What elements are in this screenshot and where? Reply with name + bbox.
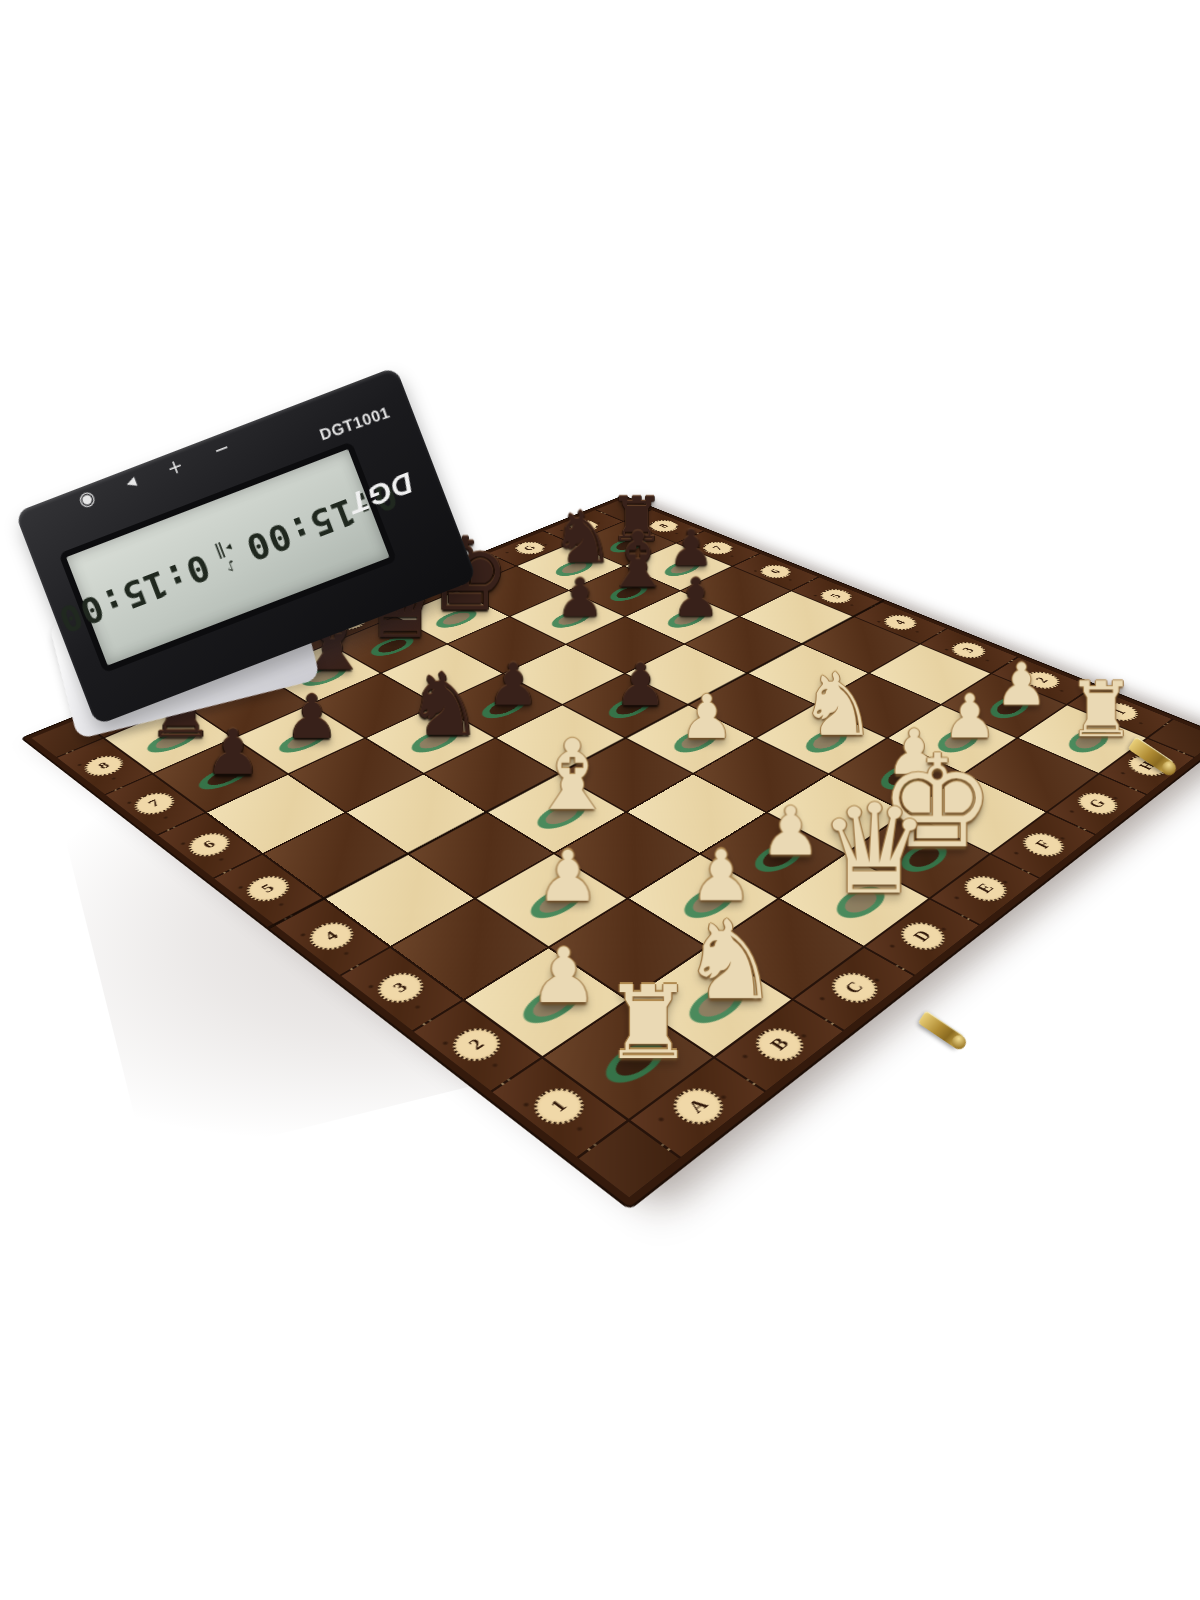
white-knight-f3[interactable]: ♞	[799, 664, 877, 746]
coord-medallion: 4	[301, 917, 362, 956]
coord-medallion: 5	[239, 871, 298, 907]
coord-medallion: 3	[369, 967, 433, 1009]
coord-medallion: 1	[524, 1081, 594, 1132]
clock-turn-indicator: ♪ ▸‖	[214, 539, 242, 575]
coord-medallion: F	[1016, 828, 1072, 861]
white-pawn-a2[interactable]: ♟	[530, 940, 599, 1013]
sound-icon: ♪	[224, 557, 238, 574]
coord-medallion: B	[747, 1022, 814, 1068]
white-pawn-e4[interactable]: ♟	[680, 689, 734, 746]
black-bishop-g7[interactable]: ♝	[603, 523, 672, 596]
clock-play-pause-button[interactable]: ▸	[124, 474, 140, 495]
product-photo-scene: ABCDEFGH8♜♝♛♚♞♜87♟♟♟♝♟76♞♟♟65♟54♝♟43♟♞32…	[0, 0, 1200, 1600]
white-bishop-c4[interactable]: ♝	[528, 729, 615, 822]
coord-medallion: 2	[443, 1022, 510, 1068]
black-pawn-e5[interactable]: ♟	[614, 657, 666, 713]
clock-power-button[interactable]: ◉	[77, 489, 99, 513]
clock-right-time: 0:15:00	[53, 546, 216, 641]
black-knight-c6[interactable]: ♞	[405, 664, 483, 746]
coord-medallion: D	[892, 917, 953, 956]
black-pawn-a7[interactable]: ♟	[205, 723, 261, 783]
clock-minus-button[interactable]: −	[211, 438, 233, 461]
clock-plus-button[interactable]: +	[164, 456, 186, 479]
coord-medallion: G	[1070, 789, 1124, 820]
black-pawn-d6[interactable]: ♟	[487, 657, 539, 713]
brass-clasp-bottom[interactable]	[918, 1010, 965, 1048]
black-pawn-g6[interactable]: ♟	[672, 572, 720, 622]
play-pause-icon: ▸‖	[214, 539, 236, 559]
white-pawn-h2[interactable]: ♟	[995, 657, 1047, 713]
coord-medallion: C	[823, 967, 887, 1009]
clock-model-label: DGT1001	[318, 403, 393, 444]
black-pawn-h7[interactable]: ♟	[669, 524, 714, 572]
white-knight-b1[interactable]: ♞	[681, 909, 779, 1013]
coord-medallion: 3	[946, 639, 992, 661]
coord-medallion: 5	[814, 586, 858, 606]
black-pawn-b7[interactable]: ♟	[285, 689, 339, 746]
coord-medallion: 6	[181, 828, 237, 861]
white-rook-a1[interactable]: ♜	[603, 975, 694, 1071]
coord-medallion: 7	[127, 789, 181, 820]
white-queen-d1[interactable]: ♛	[818, 792, 929, 910]
white-pawn-d2[interactable]: ♟	[760, 800, 821, 864]
white-rook-h1[interactable]: ♜	[1067, 673, 1136, 746]
coord-medallion: E	[956, 871, 1015, 907]
white-pawn-b3[interactable]: ♟	[537, 843, 600, 910]
coord-medallion: A	[664, 1081, 734, 1132]
black-pawn-f7[interactable]: ♟	[557, 572, 605, 622]
